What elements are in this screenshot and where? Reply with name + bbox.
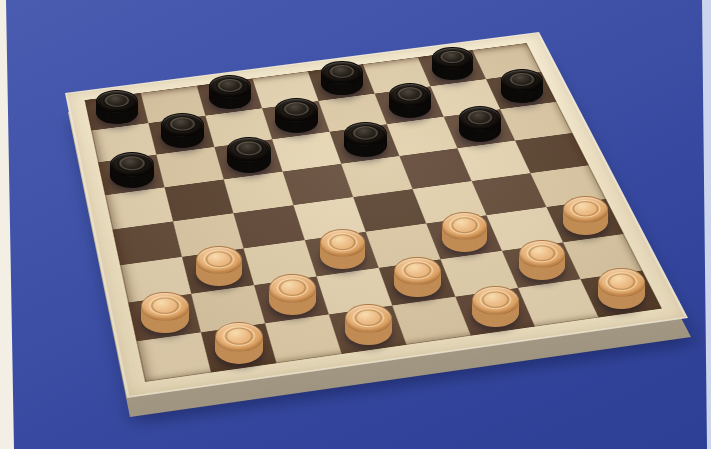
piece-black-man-r2c4[interactable] [275,98,318,122]
piece-black-man-r2c2[interactable] [161,113,204,137]
piece-white-man-r7c3[interactable] [269,274,316,303]
piece-white-man-r7c1[interactable] [141,292,189,321]
piece-black-man-r2c8[interactable] [501,69,543,92]
piece-black-man-r3c5[interactable] [344,122,387,147]
piece-white-man-r8c4[interactable] [345,304,393,334]
piece-white-man-r8c8[interactable] [598,268,645,297]
piece-white-man-r6c8[interactable] [563,196,608,223]
piece-black-man-r3c7[interactable] [459,106,502,130]
piece-white-man-r6c6[interactable] [442,212,487,239]
pieces-layer [0,0,711,449]
piece-black-man-r1c5[interactable] [321,61,363,84]
piece-black-man-r2c6[interactable] [389,83,431,107]
piece-white-man-r8c6[interactable] [472,286,519,315]
piece-black-man-r3c3[interactable] [227,137,271,162]
photo-background [0,0,711,449]
piece-white-man-r7c5[interactable] [394,257,441,286]
piece-black-man-r3c1[interactable] [110,152,154,177]
piece-white-man-r6c2[interactable] [196,246,242,274]
piece-black-man-r1c3[interactable] [209,75,251,98]
piece-black-man-r1c1[interactable] [96,90,138,114]
piece-white-man-r8c2[interactable] [215,322,263,352]
piece-black-man-r1c7[interactable] [432,47,473,70]
piece-white-man-r7c7[interactable] [519,240,565,268]
piece-white-man-r6c4[interactable] [320,229,366,257]
